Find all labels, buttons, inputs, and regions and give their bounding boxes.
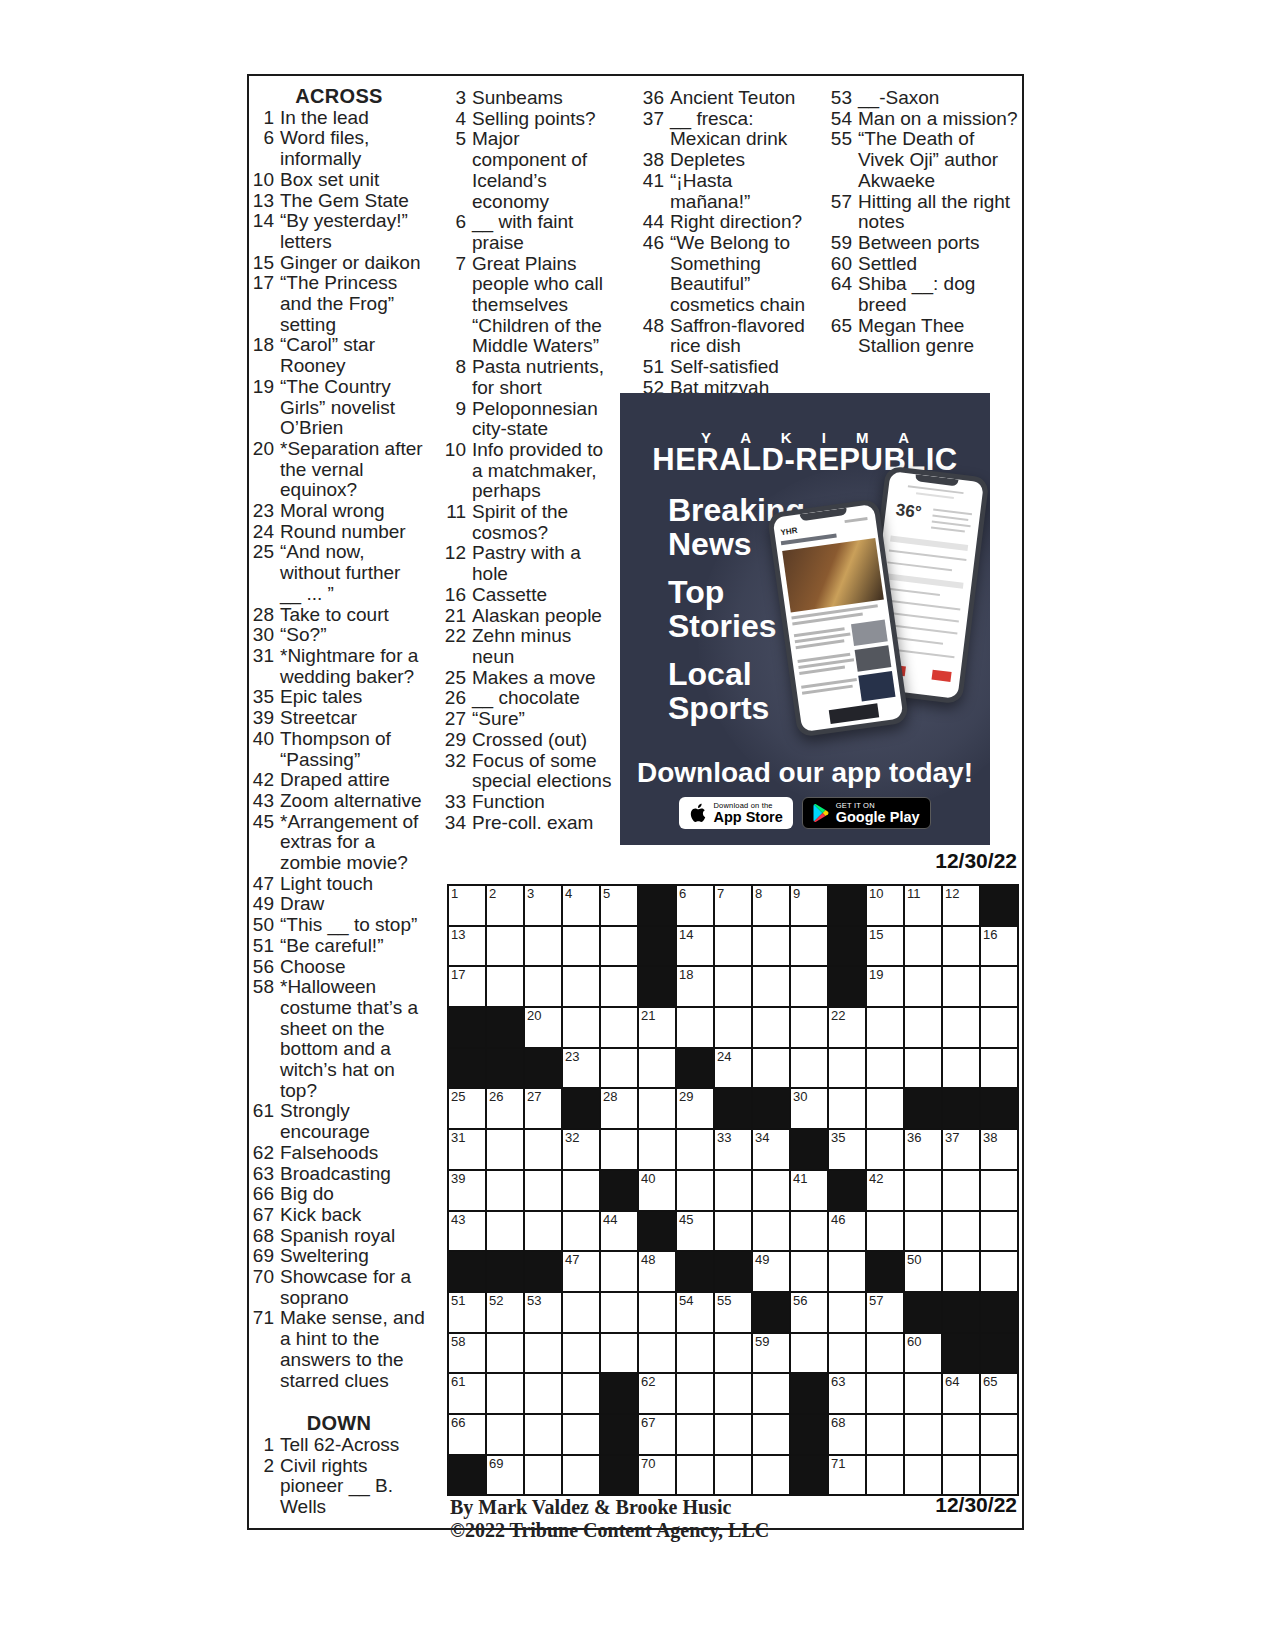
grid-cell[interactable] [677,1008,713,1047]
grid-cell[interactable]: 49 [753,1252,789,1291]
clue-63: 63Broadcasting [252,1164,426,1185]
grid-cell[interactable] [905,1008,941,1047]
grid-cell[interactable] [753,1049,789,1088]
grid-cell[interactable] [525,1212,561,1251]
grid-cell[interactable] [753,1171,789,1210]
clue-text: “Sure” [472,709,616,730]
clue-text: Pastry with a hole [472,543,616,584]
grid-cell[interactable] [867,1374,903,1413]
grid-cell[interactable] [601,927,637,966]
grid-cell[interactable]: 21 [639,1008,675,1047]
clue-23: 23Moral wrong [252,501,426,522]
grid-cell[interactable] [601,1049,637,1088]
grid-cell[interactable] [867,1089,903,1128]
grid-cell[interactable]: 20 [525,1008,561,1047]
clue-number: 2 [252,1456,280,1477]
grid-cell[interactable]: 16 [981,927,1017,966]
clue-6: 6__ with faint praise [444,212,616,253]
grid-cell[interactable] [715,1212,751,1251]
clue-text: Choose [280,957,426,978]
grid-cell[interactable] [791,927,827,966]
grid-cell[interactable] [563,1171,599,1210]
grid-cell[interactable] [867,1130,903,1169]
cell-number: 31 [451,1131,465,1144]
grid-cell[interactable] [829,1334,865,1373]
grid-cell[interactable] [525,1130,561,1169]
grid-cell[interactable] [563,967,599,1006]
clue-8: 8Pasta nutrients, for short [444,357,616,398]
clue-text: *Halloween costume that’s a sheet on the… [280,977,426,1101]
grid-cell[interactable] [867,1456,903,1495]
grid-cell[interactable] [715,1171,751,1210]
clue-text: Streetcar [280,708,426,729]
grid-cell[interactable]: 3 [525,886,561,925]
grid-cell[interactable] [601,967,637,1006]
grid-cell[interactable]: 13 [449,927,485,966]
grid-cell[interactable] [753,1212,789,1251]
grid-cell[interactable] [905,967,941,1006]
grid-cell[interactable] [525,927,561,966]
grid-cell[interactable] [943,967,979,1006]
grid-cell[interactable]: 12 [943,886,979,925]
grid-cell[interactable]: 41 [791,1171,827,1210]
grid-cell[interactable]: 53 [525,1293,561,1332]
grid-cell[interactable] [525,1415,561,1454]
grid-cell[interactable]: 22 [829,1008,865,1047]
grid-cell[interactable]: 57 [867,1293,903,1332]
clue-26: 26__ chocolate [444,688,616,709]
grid-cell[interactable] [487,1171,523,1210]
clue-number: 33 [444,792,472,813]
clue-text: “We Belong to Something Beautiful” cosme… [670,233,810,316]
clue-text: Tell 62-Across [280,1435,426,1456]
grid-cell[interactable]: 56 [791,1293,827,1332]
cell-number: 45 [679,1213,693,1226]
clue-text: Great Plains people who call themselves … [472,254,616,358]
clue-number: 8 [444,357,472,378]
grid-cell[interactable]: 19 [867,967,903,1006]
clue-2: 2Civil rights pioneer __ B. Wells [252,1456,426,1518]
clue-number: 56 [252,957,280,978]
grid-cell[interactable]: 55 [715,1293,751,1332]
cell-number: 55 [717,1294,731,1307]
cell-number: 37 [945,1131,959,1144]
grid-cell[interactable]: 25 [449,1089,485,1128]
grid-cell[interactable] [715,967,751,1006]
grid-cell[interactable] [563,1212,599,1251]
news-photo-bottom [828,703,878,724]
grid-cell[interactable]: 63 [829,1374,865,1413]
grid-cell[interactable]: 11 [905,886,941,925]
grid-cell[interactable] [601,1130,637,1169]
grid-cell[interactable]: 50 [905,1252,941,1291]
grid-cell[interactable] [867,1415,903,1454]
grid-cell[interactable] [639,1130,675,1169]
grid-cell[interactable] [943,1252,979,1291]
black-cell [487,1252,523,1291]
cell-number: 54 [679,1294,693,1307]
cell-number: 60 [907,1335,921,1348]
grid-cell[interactable] [943,1212,979,1251]
black-cell [943,1089,979,1128]
grid-cell[interactable] [601,1252,637,1291]
weather-button [931,670,951,682]
grid-cell[interactable] [753,927,789,966]
grid-cell[interactable] [829,1049,865,1088]
clue-text: “This __ to stop” [280,915,426,936]
clue-20: 20*Separation after the vernal equinox? [252,439,426,501]
grid-cell[interactable] [791,1212,827,1251]
grid-cell[interactable]: 40 [639,1171,675,1210]
grid-cell[interactable] [791,1252,827,1291]
grid-cell[interactable]: 26 [487,1089,523,1128]
cell-number: 38 [983,1131,997,1144]
clue-69: 69Sweltering [252,1246,426,1267]
clue-number: 38 [630,150,670,171]
clue-number: 10 [444,440,472,461]
grid-cell[interactable]: 17 [449,967,485,1006]
grid-cell[interactable]: 32 [563,1130,599,1169]
grid-cell[interactable] [715,1008,751,1047]
clue-text: Big do [280,1184,426,1205]
clue-text: Ancient Teuton [670,88,810,109]
grid-cell[interactable] [867,1334,903,1373]
black-cell [639,1212,675,1251]
grid-cell[interactable] [639,1334,675,1373]
grid-cell[interactable]: 45 [677,1212,713,1251]
clue-text: “¡Hasta mañana!” [670,171,810,212]
grid-cell[interactable] [981,1252,1017,1291]
grid-cell[interactable]: 35 [829,1130,865,1169]
grid-cell[interactable] [525,1171,561,1210]
google-play-badge[interactable]: GET IT ON Google Play [802,797,931,829]
grid-cell[interactable] [867,1049,903,1088]
cell-number: 46 [831,1213,845,1226]
grid-cell[interactable]: 37 [943,1130,979,1169]
grid-cell[interactable] [981,1212,1017,1251]
clue-1: 1Tell 62-Across [252,1435,426,1456]
clue-column-1: ACROSS1In the lead6Word files, informall… [252,84,426,1518]
grid-cell[interactable] [715,1456,751,1495]
clue-number: 18 [252,335,280,356]
grid-cell[interactable] [905,1415,941,1454]
grid-cell[interactable] [563,1334,599,1373]
grid-cell[interactable]: 33 [715,1130,751,1169]
grid-cell[interactable] [677,1130,713,1169]
grid-cell[interactable] [753,1374,789,1413]
clue-text: __ chocolate [472,688,616,709]
grid-cell[interactable]: 31 [449,1130,485,1169]
grid-cell[interactable]: 44 [601,1212,637,1251]
clue-text: Right direction? [670,212,810,233]
clue-10: 10Box set unit [252,170,426,191]
grid-cell[interactable]: 66 [449,1415,485,1454]
grid-cell[interactable]: 18 [677,967,713,1006]
grid-cell[interactable]: 42 [867,1171,903,1210]
grid-cell[interactable] [829,1252,865,1291]
grid-cell[interactable] [981,1008,1017,1047]
grid-cell[interactable] [905,1456,941,1495]
clue-13: 13The Gem State [252,191,426,212]
cell-number: 51 [451,1294,465,1307]
black-cell [981,1334,1017,1373]
clue-number: 23 [252,501,280,522]
grid-cell[interactable]: 6 [677,886,713,925]
clue-text: Peloponnesian city-state [472,399,616,440]
grid-cell[interactable]: 7 [715,886,751,925]
clue-number: 46 [630,233,670,254]
grid-cell[interactable] [715,1415,751,1454]
grid-cell[interactable]: 10 [867,886,903,925]
news-thumb [855,645,891,671]
grid-cell[interactable] [943,1171,979,1210]
cell-number: 64 [945,1375,959,1388]
grid-cell[interactable]: 46 [829,1212,865,1251]
grid-cell[interactable]: 64 [943,1374,979,1413]
cell-number: 62 [641,1375,655,1388]
grid-cell[interactable] [639,1293,675,1332]
grid-cell[interactable] [677,1415,713,1454]
grid-cell[interactable] [943,1008,979,1047]
clue-17: 17“The Princess and the Frog” setting [252,273,426,335]
grid-cell[interactable] [753,1008,789,1047]
black-cell [715,1089,751,1128]
grid-cell[interactable] [943,1049,979,1088]
grid-cell[interactable]: 68 [829,1415,865,1454]
grid-cell[interactable] [791,1008,827,1047]
grid-cell[interactable] [715,1334,751,1373]
clue-number: 27 [444,709,472,730]
cell-number: 14 [679,928,693,941]
clue-text: Focus of some special elections [472,751,616,792]
grid-cell[interactable]: 67 [639,1415,675,1454]
grid-cell[interactable]: 14 [677,927,713,966]
copyright: ©2022 Tribune Content Agency, LLC [450,1519,769,1542]
grid-cell[interactable] [639,1089,675,1128]
grid-cell[interactable] [563,927,599,966]
grid-cell[interactable]: 69 [487,1456,523,1495]
grid-cell[interactable]: 71 [829,1456,865,1495]
grid-cell[interactable] [829,1089,865,1128]
clue-70: 70Showcase for a soprano [252,1267,426,1308]
clue-66: 66Big do [252,1184,426,1205]
grid-cell[interactable] [791,1334,827,1373]
grid-cell[interactable] [981,1415,1017,1454]
black-cell [867,1252,903,1291]
grid-cell[interactable]: 29 [677,1089,713,1128]
grid-cell[interactable] [677,1456,713,1495]
cell-number: 56 [793,1294,807,1307]
cell-number: 47 [565,1253,579,1266]
grid-cell[interactable]: 5 [601,886,637,925]
grid-cell[interactable] [715,1374,751,1413]
grid-cell[interactable] [601,1334,637,1373]
app-store-badge[interactable]: Download on the App Store [679,797,792,829]
grid-cell[interactable] [943,1456,979,1495]
clue-number: 19 [252,377,280,398]
grid-cell[interactable] [905,1049,941,1088]
black-cell [563,1089,599,1128]
grid-cell[interactable]: 51 [449,1293,485,1332]
grid-cell[interactable]: 30 [791,1089,827,1128]
grid-cell[interactable] [981,1171,1017,1210]
grid-cell[interactable] [753,967,789,1006]
grid-cell[interactable] [905,1212,941,1251]
grid-cell[interactable]: 62 [639,1374,675,1413]
grid-cell[interactable] [943,1415,979,1454]
grid-cell[interactable] [905,1374,941,1413]
grid-cell[interactable]: 70 [639,1456,675,1495]
grid-cell[interactable] [791,967,827,1006]
grid-cell[interactable]: 8 [753,886,789,925]
grid-cell[interactable] [791,1049,827,1088]
grid-cell[interactable] [867,1008,903,1047]
clue-text: Cassette [472,585,616,606]
clue-text: Draw [280,894,426,915]
grid-cell[interactable] [677,1171,713,1210]
clue-5: 5Major component of Iceland’s economy [444,129,616,212]
grid-cell[interactable]: 38 [981,1130,1017,1169]
grid-cell[interactable] [829,1293,865,1332]
grid-cell[interactable] [601,1008,637,1047]
grid-cell[interactable]: 36 [905,1130,941,1169]
grid-cell[interactable] [563,1008,599,1047]
grid-cell[interactable]: 15 [867,927,903,966]
cell-number: 34 [755,1131,769,1144]
grid-cell[interactable] [905,927,941,966]
cell-number: 24 [717,1050,731,1063]
grid-cell[interactable]: 28 [601,1089,637,1128]
grid-cell[interactable]: 58 [449,1334,485,1373]
clue-number: 58 [252,977,280,998]
clue-34: 34Pre-coll. exam [444,813,616,834]
grid-cell[interactable]: 52 [487,1293,523,1332]
clue-58: 58*Halloween costume that’s a sheet on t… [252,977,426,1101]
grid-cell[interactable]: 43 [449,1212,485,1251]
clue-text: Kick back [280,1205,426,1226]
clue-text: Between ports [858,233,1020,254]
grid-cell[interactable] [487,1415,523,1454]
grid-cell[interactable] [981,967,1017,1006]
clue-text: “And now, without further __ ... ” [280,542,426,604]
clue-49: 49Draw [252,894,426,915]
clue-number: 4 [444,109,472,130]
grid-cell[interactable] [563,1293,599,1332]
puzzle-date-bottom: 12/30/22 [847,1493,1017,1517]
clue-text: Ginger or daikon [280,253,426,274]
grid-cell[interactable] [677,1374,713,1413]
cell-number: 44 [603,1213,617,1226]
black-cell [601,1456,637,1495]
clue-number: 9 [444,399,472,420]
clue-38: 38Depletes [630,150,810,171]
grid-cell[interactable]: 2 [487,886,523,925]
grid-cell[interactable] [525,1374,561,1413]
grid-cell[interactable]: 24 [715,1049,751,1088]
clue-number: 47 [252,874,280,895]
grid-cell[interactable] [905,1171,941,1210]
clue-46: 46“We Belong to Something Beautiful” cos… [630,233,810,316]
grid-cell[interactable] [981,1456,1017,1495]
clue-text: Megan Thee Stallion genre [858,316,1020,357]
grid-cell[interactable] [563,1374,599,1413]
clue-16: 16Cassette [444,585,616,606]
grid-cell[interactable] [677,1334,713,1373]
clue-51: 51Self-satisfied [630,357,810,378]
cell-number: 52 [489,1294,503,1307]
newspaper-crossword-page: ACROSS1In the lead6Word files, informall… [0,0,1265,1638]
clue-number: 7 [444,254,472,275]
grid-cell[interactable] [487,927,523,966]
clue-47: 47Light touch [252,874,426,895]
grid-cell[interactable]: 59 [753,1334,789,1373]
cell-number: 19 [869,968,883,981]
grid-cell[interactable] [525,967,561,1006]
grid-cell[interactable]: 34 [753,1130,789,1169]
grid-cell[interactable] [525,1456,561,1495]
clue-54: 54Man on a mission? [812,109,1020,130]
grid-cell[interactable] [487,1130,523,1169]
grid-cell[interactable]: 39 [449,1171,485,1210]
black-cell [601,1415,637,1454]
grid-cell[interactable]: 9 [791,886,827,925]
black-cell [981,1089,1017,1128]
grid-cell[interactable] [639,1049,675,1088]
grid-cell[interactable]: 65 [981,1374,1017,1413]
clue-number: 53 [812,88,858,109]
clue-number: 65 [812,316,858,337]
grid-cell[interactable] [601,1293,637,1332]
grid-cell[interactable] [981,1049,1017,1088]
grid-cell[interactable]: 54 [677,1293,713,1332]
clue-number: 36 [630,88,670,109]
clue-25: 25Makes a move [444,668,616,689]
grid-cell[interactable] [525,1334,561,1373]
grid-cell[interactable]: 61 [449,1374,485,1413]
badge-big-text: Google Play [836,810,920,825]
clue-text: “So?” [280,625,426,646]
grid-cell[interactable] [753,1415,789,1454]
grid-cell[interactable] [715,927,751,966]
clue-65: 65Megan Thee Stallion genre [812,316,1020,357]
grid-cell[interactable]: 47 [563,1252,599,1291]
grid-cell[interactable] [563,1456,599,1495]
grid-cell[interactable]: 48 [639,1252,675,1291]
grid-cell[interactable] [943,927,979,966]
black-cell [449,1049,485,1088]
grid-cell[interactable]: 1 [449,886,485,925]
grid-cell[interactable]: 27 [525,1089,561,1128]
grid-cell[interactable] [867,1212,903,1251]
grid-cell[interactable] [563,1415,599,1454]
cell-number: 67 [641,1416,655,1429]
clue-number: 6 [252,128,280,149]
grid-cell[interactable] [487,1374,523,1413]
grid-cell[interactable] [487,1334,523,1373]
grid-cell[interactable]: 23 [563,1049,599,1088]
grid-cell[interactable] [753,1456,789,1495]
grid-cell[interactable]: 4 [563,886,599,925]
cell-number: 70 [641,1457,655,1470]
grid-cell[interactable]: 60 [905,1334,941,1373]
cell-number: 65 [983,1375,997,1388]
black-cell [487,1008,523,1047]
grid-cell[interactable] [487,967,523,1006]
grid-cell[interactable] [487,1212,523,1251]
cell-number: 27 [527,1090,541,1103]
clue-text: Make sense, and a hint to the answers to… [280,1308,426,1391]
clue-18: 18“Carol” star Rooney [252,335,426,376]
